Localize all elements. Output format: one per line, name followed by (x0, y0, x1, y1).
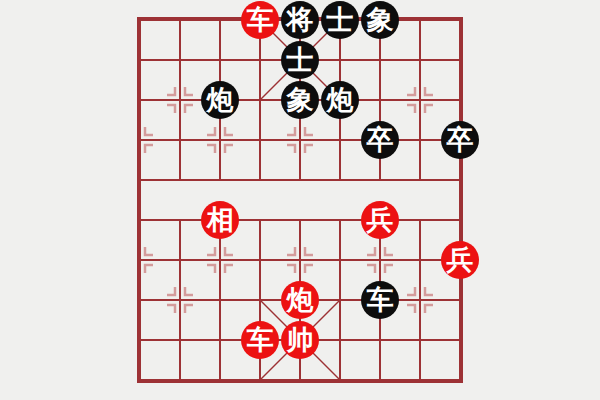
piece-red-cannon[interactable]: 炮 (281, 281, 319, 319)
piece-black-chariot[interactable]: 车 (361, 281, 399, 319)
piece-black-cannon[interactable]: 炮 (201, 81, 239, 119)
piece-black-advisor[interactable]: 士 (321, 1, 359, 39)
piece-black-elephant[interactable]: 象 (281, 81, 319, 119)
piece-black-advisor[interactable]: 士 (281, 41, 319, 79)
piece-black-soldier[interactable]: 卒 (361, 121, 399, 159)
xiangqi-board[interactable]: 车将士象士炮象炮卒卒相兵兵炮车车帅 (120, 0, 480, 400)
piece-red-elephant[interactable]: 相 (201, 201, 239, 239)
piece-red-chariot[interactable]: 车 (241, 1, 279, 39)
piece-red-general[interactable]: 帅 (281, 321, 319, 359)
piece-black-elephant[interactable]: 象 (361, 1, 399, 39)
piece-black-general[interactable]: 将 (281, 1, 319, 39)
piece-red-soldier[interactable]: 兵 (441, 241, 479, 279)
piece-red-chariot[interactable]: 车 (241, 321, 279, 359)
xiangqi-app: 车将士象士炮象炮卒卒相兵兵炮车车帅 (0, 0, 600, 400)
piece-red-soldier[interactable]: 兵 (361, 201, 399, 239)
piece-black-cannon[interactable]: 炮 (321, 81, 359, 119)
piece-black-soldier[interactable]: 卒 (441, 121, 479, 159)
